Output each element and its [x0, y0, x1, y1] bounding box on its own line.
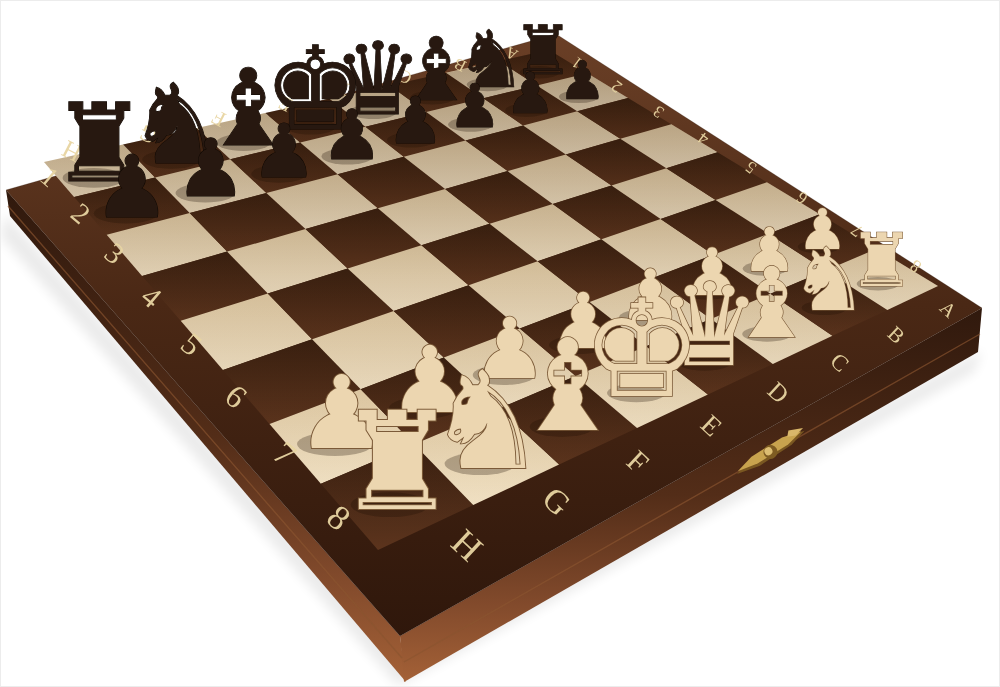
piece-black-pawn-f2[interactable]: ♟: [251, 108, 318, 194]
piece-black-pawn-h2[interactable]: ♟: [93, 137, 170, 237]
piece-white-rook-h8[interactable]: ♜: [336, 383, 458, 541]
product-photo-chess-set: 1122334455667788HHGGFFEEDDCCBBAA♜♞♝♛♚♝♞♜…: [0, 0, 1000, 687]
piece-black-pawn-e2[interactable]: ♟: [321, 95, 383, 175]
piece-black-pawn-a2[interactable]: ♟: [559, 50, 607, 112]
chess-board: 1122334455667788HHGGFFEEDDCCBBAA♜♞♝♛♚♝♞♜…: [0, 0, 1000, 687]
piece-black-pawn-d2[interactable]: ♟: [386, 83, 444, 158]
piece-black-pawn-b2[interactable]: ♟: [505, 60, 556, 126]
piece-black-pawn-c2[interactable]: ♟: [448, 71, 502, 141]
piece-black-pawn-g2[interactable]: ♟: [175, 122, 247, 215]
